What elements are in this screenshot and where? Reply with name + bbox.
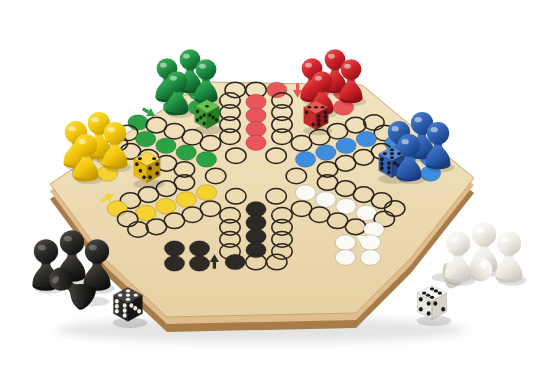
white-die[interactable] [417, 285, 446, 319]
black-die[interactable] [113, 287, 142, 321]
scene-svg [0, 0, 550, 366]
black-start-field [189, 256, 209, 272]
white-home-field [316, 192, 336, 208]
black-home-field [246, 242, 266, 258]
black-entry-field [225, 254, 245, 270]
white-start-field [360, 250, 380, 266]
yellow-home-field [156, 198, 176, 214]
ludo-board-photo [0, 0, 550, 366]
blue-home-field [295, 152, 315, 168]
red-die[interactable] [304, 101, 329, 130]
red-home-field [246, 135, 266, 151]
white-pawn[interactable] [444, 231, 471, 283]
green-home-field [156, 138, 176, 154]
green-entry-field [128, 115, 148, 131]
white-home-field [295, 185, 315, 201]
yellow-die[interactable] [134, 152, 160, 183]
yellow-home-field [196, 185, 216, 201]
black-start-field [164, 256, 184, 272]
white-start-field [335, 235, 355, 251]
white-home-field [336, 198, 356, 214]
red-entry-field [267, 82, 287, 98]
green-home-field [176, 145, 196, 161]
black-start-field [189, 241, 209, 257]
green-home-field [135, 131, 155, 147]
black-start-field [164, 241, 184, 257]
green-die[interactable] [195, 100, 220, 129]
yellow-home-field [176, 192, 196, 208]
yellow-entry-field [107, 201, 127, 217]
blue-home-field [316, 145, 336, 161]
green-home-field [196, 152, 216, 168]
white-start-field [335, 250, 355, 266]
white-pawn[interactable] [495, 231, 522, 283]
blue-home-field [336, 138, 356, 154]
blue-home-field [356, 131, 376, 147]
